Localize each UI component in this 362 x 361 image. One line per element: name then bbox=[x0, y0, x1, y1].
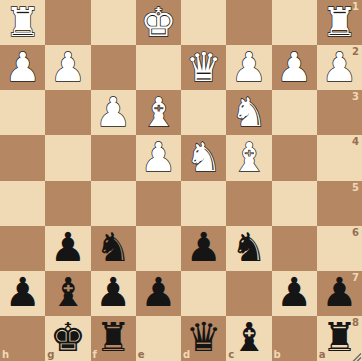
square-h1[interactable]: ♜ bbox=[0, 0, 45, 45]
square-f7[interactable]: ♟ bbox=[91, 271, 136, 316]
white-pawn[interactable]: ♟ bbox=[321, 47, 357, 87]
square-g8[interactable]: ♚g bbox=[45, 316, 90, 361]
square-h7[interactable]: ♟ bbox=[0, 271, 45, 316]
square-b7[interactable]: ♟ bbox=[272, 271, 317, 316]
square-e3[interactable]: ♝ bbox=[136, 90, 181, 135]
square-d4[interactable]: ♞ bbox=[181, 135, 226, 180]
white-pawn[interactable]: ♟ bbox=[50, 47, 86, 87]
white-pawn[interactable]: ♟ bbox=[95, 92, 131, 132]
square-f2[interactable] bbox=[91, 45, 136, 90]
rank-label-3: 3 bbox=[352, 92, 359, 102]
square-a6[interactable]: 6 bbox=[317, 226, 362, 271]
square-f5[interactable] bbox=[91, 181, 136, 226]
white-knight[interactable]: ♞ bbox=[231, 92, 267, 132]
black-knight[interactable]: ♞ bbox=[95, 227, 131, 267]
square-a3[interactable]: 3 bbox=[317, 90, 362, 135]
black-pawn[interactable]: ♟ bbox=[95, 272, 131, 312]
square-e7[interactable]: ♟ bbox=[136, 271, 181, 316]
square-a4[interactable]: 4 bbox=[317, 135, 362, 180]
square-d5[interactable] bbox=[181, 181, 226, 226]
square-e5[interactable] bbox=[136, 181, 181, 226]
square-d8[interactable]: ♛d bbox=[181, 316, 226, 361]
square-f1[interactable] bbox=[91, 0, 136, 45]
black-pawn[interactable]: ♟ bbox=[140, 272, 176, 312]
square-h8[interactable]: h bbox=[0, 316, 45, 361]
square-b3[interactable] bbox=[272, 90, 317, 135]
square-h5[interactable] bbox=[0, 181, 45, 226]
white-knight[interactable]: ♞ bbox=[186, 137, 222, 177]
chess-board: ♜♚♜1♟♟♛♟♟♟2♟♝♞3♟♞♝45♟♞♟♞6♟♝♟♟♟♟7h♚g♜fe♛d… bbox=[0, 0, 362, 361]
rank-label-4: 4 bbox=[352, 137, 359, 147]
square-f8[interactable]: ♜f bbox=[91, 316, 136, 361]
file-label-h: h bbox=[2, 350, 9, 360]
square-b2[interactable]: ♟ bbox=[272, 45, 317, 90]
file-label-e: e bbox=[138, 350, 145, 360]
rank-label-5: 5 bbox=[352, 183, 359, 193]
black-pawn[interactable]: ♟ bbox=[50, 227, 86, 267]
square-h6[interactable] bbox=[0, 226, 45, 271]
square-c1[interactable] bbox=[226, 0, 271, 45]
square-d2[interactable]: ♛ bbox=[181, 45, 226, 90]
square-a2[interactable]: ♟2 bbox=[317, 45, 362, 90]
black-pawn[interactable]: ♟ bbox=[276, 272, 312, 312]
square-g2[interactable]: ♟ bbox=[45, 45, 90, 90]
file-label-b: b bbox=[274, 350, 281, 360]
white-bishop[interactable]: ♝ bbox=[140, 92, 176, 132]
square-e4[interactable]: ♟ bbox=[136, 135, 181, 180]
square-f4[interactable] bbox=[91, 135, 136, 180]
square-e1[interactable]: ♚ bbox=[136, 0, 181, 45]
rank-label-6: 6 bbox=[352, 228, 359, 238]
white-pawn[interactable]: ♟ bbox=[140, 137, 176, 177]
black-bishop[interactable]: ♝ bbox=[231, 317, 267, 357]
square-e2[interactable] bbox=[136, 45, 181, 90]
square-d3[interactable] bbox=[181, 90, 226, 135]
square-c5[interactable] bbox=[226, 181, 271, 226]
black-pawn[interactable]: ♟ bbox=[186, 227, 222, 267]
square-b8[interactable]: b bbox=[272, 316, 317, 361]
square-f6[interactable]: ♞ bbox=[91, 226, 136, 271]
black-queen[interactable]: ♛ bbox=[186, 317, 222, 357]
square-g1[interactable] bbox=[45, 0, 90, 45]
square-h4[interactable] bbox=[0, 135, 45, 180]
black-bishop[interactable]: ♝ bbox=[50, 272, 86, 312]
square-b6[interactable] bbox=[272, 226, 317, 271]
white-rook[interactable]: ♜ bbox=[321, 2, 357, 42]
square-c3[interactable]: ♞ bbox=[226, 90, 271, 135]
black-pawn[interactable]: ♟ bbox=[321, 272, 357, 312]
square-b4[interactable] bbox=[272, 135, 317, 180]
square-c8[interactable]: ♝c bbox=[226, 316, 271, 361]
white-pawn[interactable]: ♟ bbox=[5, 47, 41, 87]
square-d6[interactable]: ♟ bbox=[181, 226, 226, 271]
square-e8[interactable]: e bbox=[136, 316, 181, 361]
square-e6[interactable] bbox=[136, 226, 181, 271]
square-b5[interactable] bbox=[272, 181, 317, 226]
white-bishop[interactable]: ♝ bbox=[231, 137, 267, 177]
square-c6[interactable]: ♞ bbox=[226, 226, 271, 271]
square-b1[interactable] bbox=[272, 0, 317, 45]
resize-grip-icon bbox=[349, 350, 362, 361]
square-d1[interactable] bbox=[181, 0, 226, 45]
square-g4[interactable] bbox=[45, 135, 90, 180]
square-a5[interactable]: 5 bbox=[317, 181, 362, 226]
white-pawn[interactable]: ♟ bbox=[276, 47, 312, 87]
white-queen[interactable]: ♛ bbox=[186, 47, 222, 87]
square-c2[interactable]: ♟ bbox=[226, 45, 271, 90]
board-resize-handle[interactable] bbox=[349, 348, 362, 361]
square-a1[interactable]: ♜1 bbox=[317, 0, 362, 45]
square-g3[interactable] bbox=[45, 90, 90, 135]
square-f3[interactable]: ♟ bbox=[91, 90, 136, 135]
square-c7[interactable] bbox=[226, 271, 271, 316]
square-g6[interactable]: ♟ bbox=[45, 226, 90, 271]
square-g7[interactable]: ♝ bbox=[45, 271, 90, 316]
white-rook[interactable]: ♜ bbox=[5, 2, 41, 42]
square-g5[interactable] bbox=[45, 181, 90, 226]
white-pawn[interactable]: ♟ bbox=[231, 47, 267, 87]
black-pawn[interactable]: ♟ bbox=[5, 272, 41, 312]
square-a7[interactable]: ♟7 bbox=[317, 271, 362, 316]
square-h3[interactable] bbox=[0, 90, 45, 135]
square-h2[interactable]: ♟ bbox=[0, 45, 45, 90]
square-c4[interactable]: ♝ bbox=[226, 135, 271, 180]
square-d7[interactable] bbox=[181, 271, 226, 316]
black-rook[interactable]: ♜ bbox=[95, 317, 131, 357]
black-knight[interactable]: ♞ bbox=[231, 227, 267, 267]
white-king[interactable]: ♚ bbox=[140, 2, 176, 42]
black-king[interactable]: ♚ bbox=[50, 317, 86, 357]
